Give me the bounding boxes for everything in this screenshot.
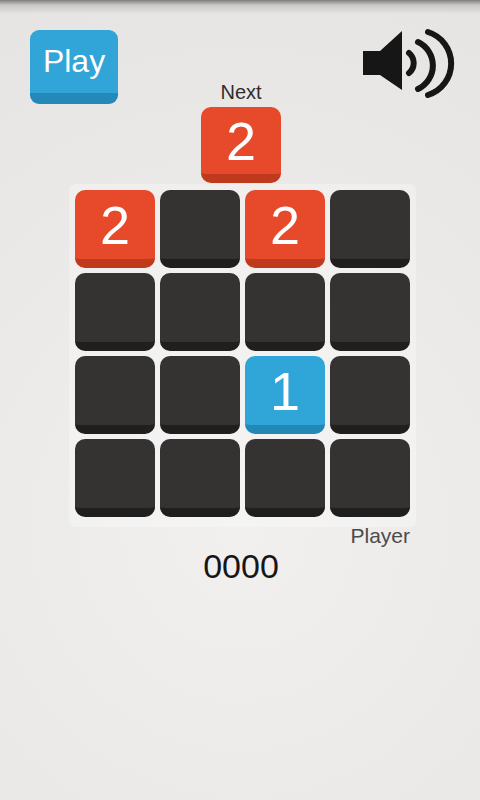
tile-r3c1[interactable] bbox=[75, 356, 155, 434]
player-label: Player bbox=[350, 524, 410, 548]
tile-r4c2[interactable] bbox=[160, 439, 240, 517]
tile-r1c4[interactable] bbox=[330, 190, 410, 268]
tile-r4c3[interactable] bbox=[245, 439, 325, 517]
game-screen: Play Next 2 221 Player 0000 bbox=[0, 0, 480, 800]
tile-r3c4[interactable] bbox=[330, 356, 410, 434]
top-shadow bbox=[0, 0, 480, 14]
tile-r2c4[interactable] bbox=[330, 273, 410, 351]
tile-r2c3[interactable] bbox=[245, 273, 325, 351]
play-button[interactable]: Play bbox=[30, 30, 118, 104]
next-label: Next bbox=[181, 81, 301, 104]
speaker-volume-icon bbox=[361, 28, 455, 100]
tile-r2c2[interactable] bbox=[160, 273, 240, 351]
tile-r4c1[interactable] bbox=[75, 439, 155, 517]
tile-r1c1[interactable]: 2 bbox=[75, 190, 155, 268]
sound-button[interactable] bbox=[360, 28, 455, 100]
tile-r1c2[interactable] bbox=[160, 190, 240, 268]
tile-r2c1[interactable] bbox=[75, 273, 155, 351]
board-grid: 221 bbox=[75, 190, 410, 517]
tile-r3c3[interactable]: 1 bbox=[245, 356, 325, 434]
score-value: 0000 bbox=[0, 547, 480, 586]
tile-r1c3[interactable]: 2 bbox=[245, 190, 325, 268]
next-tile: 2 bbox=[201, 107, 281, 183]
tile-r3c2[interactable] bbox=[160, 356, 240, 434]
tile-r4c4[interactable] bbox=[330, 439, 410, 517]
